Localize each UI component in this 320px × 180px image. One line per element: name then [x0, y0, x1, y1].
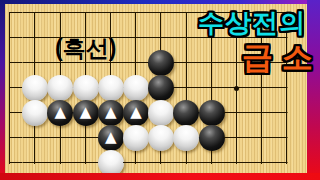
board-intersection [199, 51, 224, 76]
board-intersection: ▲ [123, 101, 148, 126]
board-intersection [249, 101, 274, 126]
title-line2: 급소 [242, 37, 320, 79]
triangle-mark-icon: ▲ [130, 105, 142, 121]
board-intersection [23, 101, 48, 126]
board-intersection [48, 76, 73, 101]
board-intersection [123, 151, 148, 174]
board-intersection [224, 151, 249, 174]
board-intersection [5, 4, 23, 26]
board-intersection [23, 26, 48, 51]
board-intersection [23, 4, 48, 26]
board-intersection [23, 51, 48, 76]
video-thumbnail: ▲▲▲▲▲ (흑선) 수상전의 급소 [0, 0, 320, 180]
white-stone [47, 75, 73, 101]
board-intersection [149, 51, 174, 76]
board-intersection [224, 101, 249, 126]
frame-border-top [0, 0, 320, 4]
frame-border-right [307, 0, 320, 180]
black-stone: ▲ [123, 100, 149, 126]
triangle-mark-icon: ▲ [80, 105, 92, 121]
white-stone [73, 75, 99, 101]
white-stone [148, 100, 174, 126]
triangle-mark-icon: ▲ [105, 130, 117, 146]
board-intersection [274, 76, 299, 101]
board-intersection [123, 4, 148, 26]
board-intersection [123, 51, 148, 76]
board-intersection [149, 126, 174, 151]
board-intersection [48, 151, 73, 174]
board-intersection [149, 26, 174, 51]
board-intersection [123, 76, 148, 101]
triangle-mark-icon: ▲ [105, 105, 117, 121]
board-intersection [5, 101, 23, 126]
board-intersection [98, 76, 123, 101]
title-line1: 수상전의 [198, 6, 306, 41]
white-stone [98, 150, 124, 173]
board-intersection [249, 126, 274, 151]
board-intersection [174, 76, 199, 101]
board-intersection [249, 76, 274, 101]
board-intersection [174, 101, 199, 126]
white-stone [22, 75, 48, 101]
board-intersection [23, 151, 48, 174]
board-intersection [224, 76, 249, 101]
frame-border-left [0, 0, 5, 180]
board-intersection [123, 126, 148, 151]
board-intersection [23, 126, 48, 151]
board-intersection [249, 151, 274, 174]
board-intersection [123, 26, 148, 51]
frame-border-bottom [0, 173, 320, 180]
board-intersection [149, 76, 174, 101]
board-intersection [274, 126, 299, 151]
board-intersection [149, 4, 174, 26]
board-intersection [174, 51, 199, 76]
board-intersection [199, 76, 224, 101]
black-stone: ▲ [73, 100, 99, 126]
board-intersection [174, 151, 199, 174]
board-intersection [73, 151, 98, 174]
white-stone [123, 125, 149, 151]
white-stone [22, 100, 48, 126]
board-intersection [98, 151, 123, 174]
board-intersection [48, 126, 73, 151]
black-stone: ▲ [98, 100, 124, 126]
board-intersection [274, 151, 299, 174]
board-intersection [199, 151, 224, 174]
board-intersection [274, 101, 299, 126]
board-intersection [5, 151, 23, 174]
white-stone [123, 75, 149, 101]
board-intersection [48, 4, 73, 26]
board-intersection [73, 76, 98, 101]
white-stone [148, 125, 174, 151]
black-stone [173, 100, 199, 126]
board-intersection: ▲ [48, 101, 73, 126]
board-intersection [199, 101, 224, 126]
board-intersection [5, 26, 23, 51]
board-intersection: ▲ [98, 126, 123, 151]
board-intersection [73, 126, 98, 151]
board-intersection [5, 51, 23, 76]
board-intersection [149, 101, 174, 126]
board-intersection [224, 126, 249, 151]
board-intersection [174, 4, 199, 26]
triangle-mark-icon: ▲ [55, 105, 67, 121]
black-stone: ▲ [47, 100, 73, 126]
black-stone: ▲ [98, 125, 124, 151]
board-intersection [174, 26, 199, 51]
black-stone [199, 125, 225, 151]
white-stone [173, 125, 199, 151]
board-intersection [98, 4, 123, 26]
board-intersection: ▲ [98, 101, 123, 126]
star-point [234, 86, 239, 91]
board-intersection [5, 76, 23, 101]
board-intersection [149, 151, 174, 174]
board-intersection [174, 126, 199, 151]
black-stone [148, 75, 174, 101]
white-stone [98, 75, 124, 101]
black-stone [148, 50, 174, 76]
black-to-play-label: (흑선) [55, 33, 116, 64]
board-intersection: ▲ [73, 101, 98, 126]
board-intersection [199, 126, 224, 151]
black-stone [199, 100, 225, 126]
board-intersection [23, 76, 48, 101]
board-intersection [73, 4, 98, 26]
board-intersection [5, 126, 23, 151]
